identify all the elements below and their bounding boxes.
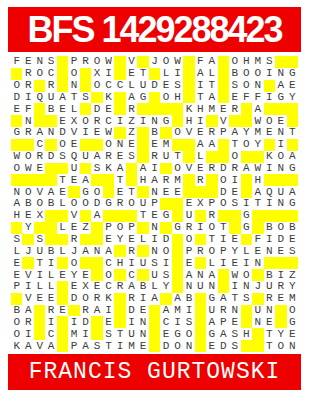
letter-cell: N [241, 281, 252, 293]
letter-cell: I [275, 269, 286, 281]
letter-cell: N [91, 245, 102, 257]
letter-cell: E [160, 328, 171, 340]
letter-cell: P [126, 222, 137, 234]
letter-cell: A [241, 163, 252, 175]
letter-cell: X [195, 198, 206, 210]
blocked-cell [91, 269, 102, 281]
blocked-cell [34, 174, 45, 186]
letter-cell: I [195, 80, 206, 92]
letter-cell: O [91, 186, 102, 198]
letter-cell: W [229, 269, 240, 281]
letter-cell: E [68, 174, 79, 186]
letter-cell: A [22, 305, 33, 317]
letter-cell: D [45, 151, 56, 163]
blocked-cell [91, 328, 102, 340]
letter-cell: R [206, 210, 217, 222]
letter-cell: P [149, 198, 160, 210]
blocked-cell [34, 222, 45, 234]
letter-cell: F [195, 56, 206, 68]
letter-cell: U [149, 269, 160, 281]
blocked-cell [149, 92, 160, 104]
blocked-cell [241, 186, 252, 198]
letter-cell: O [11, 328, 22, 340]
blocked-cell [34, 103, 45, 115]
letter-cell: G [206, 328, 217, 340]
letter-cell: L [126, 80, 137, 92]
letter-cell: Q [264, 186, 275, 198]
letter-cell: G [172, 328, 183, 340]
letter-cell: X [34, 210, 45, 222]
letter-cell: T [206, 234, 217, 246]
blocked-cell [80, 103, 91, 115]
title-band: BFS 1429288423 [8, 7, 301, 52]
blocked-cell [22, 234, 33, 246]
letter-cell: V [22, 293, 33, 305]
letter-cell: E [34, 293, 45, 305]
blocked-cell [195, 210, 206, 222]
letter-cell: I [229, 174, 240, 186]
letter-cell: T [229, 293, 240, 305]
letter-cell: A [80, 340, 91, 352]
letter-cell: I [34, 269, 45, 281]
letter-cell: J [22, 245, 33, 257]
blocked-cell [137, 56, 148, 68]
letter-cell: G [11, 127, 22, 139]
letter-cell: I [241, 257, 252, 269]
blocked-cell [206, 151, 217, 163]
letter-cell: O [57, 139, 68, 151]
letter-cell: O [172, 340, 183, 352]
letter-cell: F [241, 92, 252, 104]
letter-cell: O [275, 151, 286, 163]
blocked-cell [57, 281, 68, 293]
letter-cell: J [252, 281, 263, 293]
blocked-cell [218, 68, 229, 80]
letter-cell: T [57, 174, 68, 186]
letter-cell: A [149, 293, 160, 305]
letter-cell: L [11, 245, 22, 257]
blocked-cell [80, 139, 91, 151]
letter-cell: N [275, 68, 286, 80]
letter-cell: A [206, 92, 217, 104]
letter-cell: R [126, 245, 137, 257]
letter-cell: M [172, 174, 183, 186]
letter-cell: R [229, 103, 240, 115]
letter-cell: A [126, 92, 137, 104]
letter-cell: A [206, 269, 217, 281]
letter-cell: Y [252, 139, 263, 151]
letter-cell: B [264, 222, 275, 234]
letter-cell: H [195, 103, 206, 115]
letter-cell: H [252, 174, 263, 186]
blocked-cell [149, 68, 160, 80]
letter-cell: N [11, 186, 22, 198]
letter-cell: L [206, 257, 217, 269]
letter-cell: R [149, 151, 160, 163]
letter-cell: T [264, 340, 275, 352]
blocked-cell [149, 340, 160, 352]
blocked-cell [218, 92, 229, 104]
blocked-cell [241, 234, 252, 246]
letter-cell: D [11, 92, 22, 104]
letter-cell: T [287, 127, 298, 139]
letter-cell: E [80, 269, 91, 281]
blocked-cell [172, 103, 183, 115]
blocked-cell [264, 257, 275, 269]
blocked-cell [22, 257, 33, 269]
letter-cell: E [160, 80, 171, 92]
blocked-cell [57, 56, 68, 68]
blocked-cell [241, 174, 252, 186]
letter-cell: I [172, 68, 183, 80]
letter-cell: U [45, 92, 56, 104]
letter-cell: K [103, 92, 114, 104]
letter-cell: I [229, 281, 240, 293]
letter-cell: N [264, 305, 275, 317]
letter-cell: E [287, 80, 298, 92]
letter-cell: I [218, 257, 229, 269]
letter-cell: H [11, 210, 22, 222]
letter-cell: A [275, 80, 286, 92]
blocked-cell [264, 210, 275, 222]
letter-cell: V [68, 127, 79, 139]
letter-cell: B [287, 222, 298, 234]
letter-cell: S [229, 80, 240, 92]
blocked-cell [160, 127, 171, 139]
blocked-cell [218, 139, 229, 151]
letter-cell: N [264, 245, 275, 257]
blocked-cell [57, 210, 68, 222]
letter-cell: A [229, 127, 240, 139]
letter-cell: S [229, 198, 240, 210]
letter-cell: O [34, 68, 45, 80]
letter-cell: E [22, 210, 33, 222]
letter-cell: O [22, 151, 33, 163]
letter-cell: E [275, 115, 286, 127]
letter-cell: O [80, 198, 91, 210]
blocked-cell [252, 222, 263, 234]
letter-cell: R [126, 293, 137, 305]
blocked-cell [34, 328, 45, 340]
letter-cell: E [103, 103, 114, 115]
letter-cell: F [22, 103, 33, 115]
letter-cell: O [103, 269, 114, 281]
letter-cell: C [114, 80, 125, 92]
letter-cell: E [264, 127, 275, 139]
letter-cell: S [229, 340, 240, 352]
letter-cell: L [34, 281, 45, 293]
letter-cell: L [57, 222, 68, 234]
letter-cell: A [80, 174, 91, 186]
blocked-cell [183, 186, 194, 198]
letter-cell: U [206, 305, 217, 317]
letter-cell: R [45, 305, 56, 317]
letter-cell: D [91, 103, 102, 115]
letter-cell: D [160, 234, 171, 246]
blocked-cell [183, 174, 194, 186]
blocked-cell [114, 305, 125, 317]
letter-cell: E [229, 316, 240, 328]
blocked-cell [45, 234, 56, 246]
letter-cell: A [287, 151, 298, 163]
letter-cell: A [80, 245, 91, 257]
blocked-cell [57, 163, 68, 175]
letter-cell: J [68, 245, 79, 257]
blocked-cell [172, 245, 183, 257]
letter-cell: T [114, 174, 125, 186]
letter-cell: N [149, 115, 160, 127]
blocked-cell [91, 257, 102, 269]
letter-cell: S [183, 316, 194, 328]
letter-cell: S [11, 234, 22, 246]
letter-cell: C [126, 269, 137, 281]
blocked-cell [126, 210, 137, 222]
letter-cell: O [264, 115, 275, 127]
letter-cell: D [160, 340, 171, 352]
blocked-cell [264, 80, 275, 92]
letter-cell: I [195, 222, 206, 234]
letter-cell: E [149, 139, 160, 151]
letter-cell: O [80, 293, 91, 305]
letter-cell: R [195, 174, 206, 186]
letter-cell: E [103, 316, 114, 328]
blocked-cell [275, 56, 286, 68]
letter-cell: Y [22, 222, 33, 234]
blocked-cell [68, 186, 79, 198]
letter-cell: L [206, 68, 217, 80]
letter-cell: O [206, 245, 217, 257]
letter-cell: M [287, 293, 298, 305]
letter-cell: D [218, 340, 229, 352]
letter-cell: A [172, 293, 183, 305]
blocked-cell [22, 174, 33, 186]
letter-cell: D [218, 186, 229, 198]
letter-cell: T [195, 92, 206, 104]
blocked-cell [137, 245, 148, 257]
blocked-cell [57, 293, 68, 305]
letter-cell: A [252, 103, 263, 115]
blocked-cell [80, 257, 91, 269]
blocked-cell [57, 340, 68, 352]
letter-cell: N [252, 316, 263, 328]
blocked-cell [91, 139, 102, 151]
letter-cell: U [264, 281, 275, 293]
letter-cell: E [57, 305, 68, 317]
blocked-cell [275, 257, 286, 269]
blocked-cell [183, 92, 194, 104]
blocked-cell [287, 257, 298, 269]
letter-cell: G [160, 210, 171, 222]
blocked-cell [287, 56, 298, 68]
letter-cell: I [137, 115, 148, 127]
letter-cell: P [11, 281, 22, 293]
letter-cell: N [68, 80, 79, 92]
letter-cell: T [229, 139, 240, 151]
letter-cell: O [172, 163, 183, 175]
letter-cell: A [160, 305, 171, 317]
letter-cell: O [241, 80, 252, 92]
blocked-cell [114, 293, 125, 305]
letter-cell: R [218, 305, 229, 317]
blocked-cell [241, 305, 252, 317]
letter-cell: E [57, 103, 68, 115]
letter-cell: H [241, 328, 252, 340]
blocked-cell [137, 127, 148, 139]
letter-cell: E [137, 340, 148, 352]
letter-cell: S [126, 151, 137, 163]
blocked-cell [275, 305, 286, 317]
letter-cell: V [218, 115, 229, 127]
letter-cell: O [229, 151, 240, 163]
blocked-cell [114, 127, 125, 139]
letter-cell: D [57, 127, 68, 139]
letter-cell: C [103, 80, 114, 92]
blocked-cell [195, 257, 206, 269]
blocked-cell [34, 305, 45, 317]
blocked-cell [137, 222, 148, 234]
letter-cell: P [68, 56, 79, 68]
letter-cell: Z [126, 127, 137, 139]
letter-cell: H [137, 174, 148, 186]
blocked-cell [172, 281, 183, 293]
letter-cell: U [183, 210, 194, 222]
letter-cell: E [34, 163, 45, 175]
blocked-cell [114, 269, 125, 281]
blocked-cell [103, 210, 114, 222]
letter-cell: L [149, 281, 160, 293]
blocked-cell [275, 316, 286, 328]
letter-cell: G [287, 68, 298, 80]
letter-cell: P [68, 340, 79, 352]
blocked-cell [252, 293, 263, 305]
letter-cell: O [11, 80, 22, 92]
letter-cell: E [149, 210, 160, 222]
letter-cell: F [252, 92, 263, 104]
letter-cell: U [137, 198, 148, 210]
letter-cell: V [183, 127, 194, 139]
blocked-cell [195, 293, 206, 305]
letter-cell: X [80, 281, 91, 293]
blocked-cell [229, 115, 240, 127]
letter-cell: A [91, 210, 102, 222]
letter-cell: I [264, 163, 275, 175]
letter-cell: O [160, 92, 171, 104]
blocked-cell [11, 222, 22, 234]
author-band: FRANCIS GURTOWSKI [8, 354, 301, 390]
letter-cell: P [218, 245, 229, 257]
letter-cell: E [91, 127, 102, 139]
letter-cell: O [68, 198, 79, 210]
letter-cell: R [275, 281, 286, 293]
letter-cell: I [45, 316, 56, 328]
letter-cell: E [137, 305, 148, 317]
letter-cell: E [68, 222, 79, 234]
letter-cell: A [126, 281, 137, 293]
letter-cell: I [195, 115, 206, 127]
letter-cell: N [114, 139, 125, 151]
letter-cell: R [206, 163, 217, 175]
letter-cell: W [103, 56, 114, 68]
letter-cell: A [218, 328, 229, 340]
letter-cell: X [68, 115, 79, 127]
blocked-cell [114, 210, 125, 222]
letter-cell: H [172, 92, 183, 104]
letter-cell: A [206, 139, 217, 151]
letter-cell: B [137, 281, 148, 293]
letter-cell: U [126, 328, 137, 340]
letter-cell: I [183, 305, 194, 317]
blocked-cell [11, 293, 22, 305]
letter-cell: Z [80, 222, 91, 234]
blocked-cell [287, 174, 298, 186]
letter-cell: O [34, 198, 45, 210]
blocked-cell [91, 316, 102, 328]
letter-cell: S [80, 92, 91, 104]
letter-cell: B [183, 293, 194, 305]
blocked-cell [11, 139, 22, 151]
blocked-cell [218, 269, 229, 281]
blocked-cell [172, 234, 183, 246]
blocked-cell [218, 210, 229, 222]
letter-cell: E [126, 139, 137, 151]
letter-cell: W [252, 115, 263, 127]
blocked-cell [241, 103, 252, 115]
letter-cell: U [252, 305, 263, 317]
letter-cell: S [91, 340, 102, 352]
blocked-cell [241, 151, 252, 163]
letter-cell: I [264, 68, 275, 80]
letter-cell: E [114, 186, 125, 198]
letter-cell: B [149, 127, 160, 139]
letter-cell: C [45, 328, 56, 340]
letter-cell: N [22, 115, 33, 127]
letter-cell: O [68, 68, 79, 80]
letter-cell: E [287, 328, 298, 340]
letter-cell: S [103, 328, 114, 340]
letter-cell: G [172, 222, 183, 234]
letter-cell: I [22, 92, 33, 104]
blocked-cell [160, 163, 171, 175]
blocked-cell [80, 80, 91, 92]
letter-cell: S [149, 257, 160, 269]
letter-cell: V [34, 186, 45, 198]
letter-cell: S [57, 151, 68, 163]
letter-cell: C [45, 68, 56, 80]
letter-cell: R [22, 316, 33, 328]
letter-cell: L [195, 151, 206, 163]
letter-cell: N [45, 127, 56, 139]
letter-cell: I [241, 198, 252, 210]
blocked-cell [218, 281, 229, 293]
letter-cell: E [160, 186, 171, 198]
blocked-cell [195, 316, 206, 328]
letter-cell: A [103, 245, 114, 257]
blocked-cell [149, 103, 160, 115]
letter-cell: E [57, 115, 68, 127]
blocked-cell [275, 174, 286, 186]
blocked-cell [218, 151, 229, 163]
letter-cell: N [183, 340, 194, 352]
letter-cell: T [264, 328, 275, 340]
book-cover: BFS 1429288423 FENSPROWVJOWFAOHMSROCOXIE… [0, 0, 309, 400]
letter-cell: R [80, 56, 91, 68]
letter-cell: E [91, 281, 102, 293]
letter-cell: Z [287, 269, 298, 281]
letter-cell: E [195, 163, 206, 175]
letter-cell: L [137, 234, 148, 246]
letter-cell: R [80, 305, 91, 317]
blocked-cell [160, 198, 171, 210]
